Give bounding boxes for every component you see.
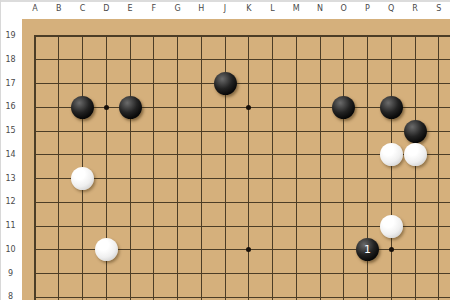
- stone-white-c13[interactable]: [71, 167, 94, 190]
- grid-line-horizontal: [34, 131, 450, 132]
- col-label-D: D: [99, 4, 113, 14]
- stone-white-q14[interactable]: [380, 143, 403, 166]
- col-label-M: M: [289, 4, 303, 14]
- row-label-8: 8: [2, 292, 19, 300]
- col-label-N: N: [313, 4, 327, 14]
- row-label-9: 9: [2, 269, 19, 279]
- col-label-R: R: [408, 4, 422, 14]
- window-top-edge: [0, 0, 450, 2]
- go-app-window: ABCDEFGHJKLMNOPQRS 191817161514131211109…: [0, 0, 450, 300]
- grid-line-horizontal: [34, 297, 450, 298]
- row-label-11: 11: [2, 221, 19, 231]
- row-label-18: 18: [2, 55, 19, 65]
- star-point: [389, 247, 394, 252]
- stone-black-o16[interactable]: [332, 96, 355, 119]
- col-label-Q: Q: [384, 4, 398, 14]
- col-label-B: B: [52, 4, 66, 14]
- row-label-14: 14: [2, 150, 19, 160]
- col-label-J: J: [218, 4, 232, 14]
- col-label-G: G: [171, 4, 185, 14]
- grid-line-horizontal: [34, 178, 450, 179]
- row-label-13: 13: [2, 174, 19, 184]
- stone-black-c16[interactable]: [71, 96, 94, 119]
- col-label-L: L: [266, 4, 280, 14]
- grid-line-horizontal: [34, 59, 450, 60]
- grid-line-vertical: [438, 35, 439, 300]
- col-label-O: O: [337, 4, 351, 14]
- col-label-C: C: [76, 4, 90, 14]
- grid-line-vertical: [130, 35, 131, 300]
- stone-black-e16[interactable]: [119, 96, 142, 119]
- move-number-label: 1: [364, 244, 371, 255]
- col-label-P: P: [361, 4, 375, 14]
- grid-line-vertical: [272, 35, 273, 300]
- col-label-F: F: [147, 4, 161, 14]
- grid-line-vertical: [415, 35, 416, 300]
- col-label-H: H: [194, 4, 208, 14]
- stone-white-r14[interactable]: [404, 143, 427, 166]
- row-label-12: 12: [2, 197, 19, 207]
- stone-white-d10[interactable]: [95, 238, 118, 261]
- col-label-K: K: [242, 4, 256, 14]
- grid-line-vertical: [320, 35, 321, 300]
- grid-line-vertical: [391, 35, 392, 300]
- col-label-A: A: [28, 4, 42, 14]
- grid-line-vertical: [177, 35, 178, 300]
- grid-line-vertical: [343, 35, 344, 300]
- grid-line-horizontal: [34, 202, 450, 203]
- grid-line-horizontal: [34, 273, 450, 274]
- window-left-edge: [0, 0, 1, 300]
- grid-line-vertical: [153, 35, 154, 300]
- stone-black-j17[interactable]: [214, 72, 237, 95]
- star-point: [246, 105, 251, 110]
- star-point: [104, 105, 109, 110]
- stone-black-r15[interactable]: [404, 120, 427, 143]
- row-label-17: 17: [2, 79, 19, 89]
- row-label-16: 16: [2, 102, 19, 112]
- stone-white-q11[interactable]: [380, 215, 403, 238]
- grid-line-vertical: [58, 35, 59, 300]
- stone-black-q16[interactable]: [380, 96, 403, 119]
- col-label-S: S: [432, 4, 446, 14]
- row-label-10: 10: [2, 245, 19, 255]
- grid-line-vertical: [248, 35, 249, 300]
- row-label-15: 15: [2, 126, 19, 136]
- grid-line-horizontal: [34, 83, 450, 84]
- col-label-E: E: [123, 4, 137, 14]
- row-label-19: 19: [2, 31, 19, 41]
- grid-line-vertical: [296, 35, 297, 300]
- grid-line-horizontal: [34, 35, 450, 37]
- grid-line-vertical: [34, 35, 36, 300]
- grid-line-vertical: [201, 35, 202, 300]
